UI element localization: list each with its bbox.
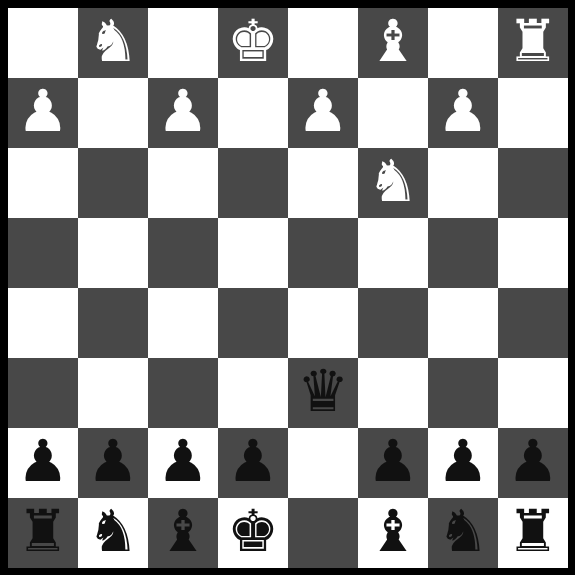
square-f6[interactable] [148, 358, 218, 428]
square-c4[interactable] [358, 218, 428, 288]
square-e1[interactable]: ♚ [218, 8, 288, 78]
square-d3[interactable] [288, 148, 358, 218]
square-b7[interactable]: ♟ [428, 428, 498, 498]
white-pawn[interactable]: ♟ [297, 78, 349, 146]
square-c1[interactable]: ♝ [358, 8, 428, 78]
square-e5[interactable] [218, 288, 288, 358]
square-e8[interactable]: ♚ [218, 498, 288, 568]
square-h6[interactable] [8, 358, 78, 428]
black-queen[interactable]: ♛ [297, 358, 349, 426]
black-bishop[interactable]: ♝ [157, 498, 209, 566]
square-a5[interactable] [498, 288, 568, 358]
square-a7[interactable]: ♟ [498, 428, 568, 498]
black-knight[interactable]: ♞ [87, 498, 139, 566]
square-d7[interactable] [288, 428, 358, 498]
square-g1[interactable]: ♞ [78, 8, 148, 78]
black-rook[interactable]: ♜ [17, 498, 69, 566]
square-c2[interactable] [358, 78, 428, 148]
square-f3[interactable] [148, 148, 218, 218]
square-b8[interactable]: ♞ [428, 498, 498, 568]
square-a1[interactable]: ♜ [498, 8, 568, 78]
black-pawn[interactable]: ♟ [367, 428, 419, 496]
square-d8[interactable] [288, 498, 358, 568]
square-f7[interactable]: ♟ [148, 428, 218, 498]
black-pawn[interactable]: ♟ [17, 428, 69, 496]
square-h3[interactable] [8, 148, 78, 218]
square-b2[interactable]: ♟ [428, 78, 498, 148]
square-g4[interactable] [78, 218, 148, 288]
square-b5[interactable] [428, 288, 498, 358]
white-pawn[interactable]: ♟ [437, 78, 489, 146]
square-g7[interactable]: ♟ [78, 428, 148, 498]
square-e6[interactable] [218, 358, 288, 428]
square-e4[interactable] [218, 218, 288, 288]
square-c3[interactable]: ♞ [358, 148, 428, 218]
square-c5[interactable] [358, 288, 428, 358]
black-rook[interactable]: ♜ [507, 498, 559, 566]
square-a6[interactable] [498, 358, 568, 428]
square-g5[interactable] [78, 288, 148, 358]
square-d1[interactable] [288, 8, 358, 78]
square-d6[interactable]: ♛ [288, 358, 358, 428]
square-h1[interactable] [8, 8, 78, 78]
black-pawn[interactable]: ♟ [227, 428, 279, 496]
chess-board: ♞♚♝♜♟♟♟♟♞♛♟♟♟♟♟♟♟♜♞♝♚♝♞♜ [8, 8, 568, 568]
black-pawn[interactable]: ♟ [507, 428, 559, 496]
square-e7[interactable]: ♟ [218, 428, 288, 498]
square-c8[interactable]: ♝ [358, 498, 428, 568]
black-pawn[interactable]: ♟ [87, 428, 139, 496]
white-pawn[interactable]: ♟ [17, 78, 69, 146]
square-e2[interactable] [218, 78, 288, 148]
square-h5[interactable] [8, 288, 78, 358]
square-e3[interactable] [218, 148, 288, 218]
square-d4[interactable] [288, 218, 358, 288]
white-bishop[interactable]: ♝ [367, 8, 419, 76]
square-d5[interactable] [288, 288, 358, 358]
square-b6[interactable] [428, 358, 498, 428]
square-c6[interactable] [358, 358, 428, 428]
square-a3[interactable] [498, 148, 568, 218]
square-h4[interactable] [8, 218, 78, 288]
black-pawn[interactable]: ♟ [437, 428, 489, 496]
square-c7[interactable]: ♟ [358, 428, 428, 498]
square-g2[interactable] [78, 78, 148, 148]
square-f8[interactable]: ♝ [148, 498, 218, 568]
square-g8[interactable]: ♞ [78, 498, 148, 568]
chess-board-frame: ♞♚♝♜♟♟♟♟♞♛♟♟♟♟♟♟♟♜♞♝♚♝♞♜ [0, 0, 575, 575]
black-pawn[interactable]: ♟ [157, 428, 209, 496]
square-a4[interactable] [498, 218, 568, 288]
square-g6[interactable] [78, 358, 148, 428]
square-f4[interactable] [148, 218, 218, 288]
square-b3[interactable] [428, 148, 498, 218]
square-a8[interactable]: ♜ [498, 498, 568, 568]
black-knight[interactable]: ♞ [437, 498, 489, 566]
black-king[interactable]: ♚ [227, 498, 279, 566]
white-king[interactable]: ♚ [227, 8, 279, 76]
square-b1[interactable] [428, 8, 498, 78]
square-f2[interactable]: ♟ [148, 78, 218, 148]
square-h2[interactable]: ♟ [8, 78, 78, 148]
square-d2[interactable]: ♟ [288, 78, 358, 148]
square-h8[interactable]: ♜ [8, 498, 78, 568]
square-b4[interactable] [428, 218, 498, 288]
square-f1[interactable] [148, 8, 218, 78]
white-rook[interactable]: ♜ [507, 8, 559, 76]
black-bishop[interactable]: ♝ [367, 498, 419, 566]
white-knight[interactable]: ♞ [87, 8, 139, 76]
white-pawn[interactable]: ♟ [157, 78, 209, 146]
square-g3[interactable] [78, 148, 148, 218]
square-a2[interactable] [498, 78, 568, 148]
square-h7[interactable]: ♟ [8, 428, 78, 498]
white-knight[interactable]: ♞ [367, 148, 419, 216]
square-f5[interactable] [148, 288, 218, 358]
